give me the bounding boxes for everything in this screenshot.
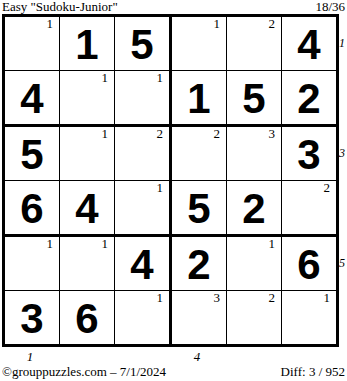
given-digit: 6: [5, 181, 59, 234]
given-digit: 3: [5, 291, 59, 344]
cell-r3c1[interactable]: 5: [5, 127, 60, 181]
corner-hint-digit: 1: [214, 17, 221, 31]
corner-hint-digit: 1: [324, 291, 331, 305]
page-header: Easy "Sudoku-Junior" 18/36: [2, 0, 345, 14]
given-digit: 4: [60, 181, 114, 234]
cell-r5c3[interactable]: 4: [115, 237, 172, 291]
puzzle-title: Easy "Sudoku-Junior": [2, 0, 118, 14]
cell-r6c2[interactable]: 6: [60, 291, 115, 344]
cell-r3c2[interactable]: 1: [60, 127, 115, 181]
given-digit: 2: [227, 181, 281, 234]
cell-r4c2[interactable]: 4: [60, 181, 115, 237]
corner-hint-digit: 1: [102, 237, 109, 251]
givens-counter: 18/36: [315, 0, 345, 14]
row-label-3: 3: [339, 146, 347, 160]
cell-r6c5[interactable]: 2: [227, 291, 282, 344]
cell-r1c1[interactable]: 1: [5, 17, 60, 71]
corner-hint-digit: 2: [214, 127, 221, 141]
given-digit: 5: [5, 127, 59, 180]
given-digit: 4: [5, 71, 59, 124]
cell-r1c5[interactable]: 2: [227, 17, 282, 71]
col-label-4: 4: [187, 349, 207, 364]
cell-r5c6[interactable]: 6: [282, 237, 336, 291]
corner-hint-digit: 3: [269, 127, 276, 141]
cell-r3c6[interactable]: 3: [282, 127, 336, 181]
given-digit: 6: [60, 291, 114, 344]
cell-r4c6[interactable]: 2: [282, 181, 336, 237]
cell-r4c1[interactable]: 6: [5, 181, 60, 237]
given-digit: 4: [282, 17, 336, 70]
cell-r4c5[interactable]: 2: [227, 181, 282, 237]
corner-hint-digit: 2: [269, 17, 276, 31]
given-digit: 2: [282, 71, 336, 124]
cell-r6c3[interactable]: 1: [115, 291, 172, 344]
cell-r2c5[interactable]: 5: [227, 71, 282, 127]
sudoku-board: 115124411152512233641522114216361321: [2, 14, 339, 347]
cell-r6c1[interactable]: 3: [5, 291, 60, 344]
cell-r2c2[interactable]: 1: [60, 71, 115, 127]
corner-hint-digit: 2: [324, 181, 331, 195]
cell-r6c4[interactable]: 3: [172, 291, 227, 344]
corner-hint-digit: 2: [157, 127, 164, 141]
given-digit: 3: [282, 127, 336, 180]
corner-hint-digit: 1: [269, 237, 276, 251]
cell-r4c3[interactable]: 1: [115, 181, 172, 237]
given-digit: 5: [227, 71, 281, 124]
given-digit: 6: [282, 237, 336, 290]
given-digit: 4: [115, 237, 169, 290]
cell-r1c4[interactable]: 1: [172, 17, 227, 71]
corner-hint-digit: 1: [157, 71, 164, 85]
cell-r2c1[interactable]: 4: [5, 71, 60, 127]
cell-r2c6[interactable]: 2: [282, 71, 336, 127]
cell-r5c1[interactable]: 1: [5, 237, 60, 291]
given-digit: 1: [60, 17, 114, 70]
puzzle-page: Easy "Sudoku-Junior" 18/36 1151244111525…: [0, 0, 347, 381]
cell-r3c4[interactable]: 2: [172, 127, 227, 181]
row-label-5: 5: [339, 256, 347, 270]
corner-hint-digit: 1: [102, 127, 109, 141]
cell-r6c6[interactable]: 1: [282, 291, 336, 344]
cell-r3c5[interactable]: 3: [227, 127, 282, 181]
given-digit: 5: [172, 181, 226, 234]
corner-hint-digit: 1: [157, 181, 164, 195]
cell-r3c3[interactable]: 2: [115, 127, 172, 181]
cell-r1c2[interactable]: 1: [60, 17, 115, 71]
cell-r5c2[interactable]: 1: [60, 237, 115, 291]
corner-hint-digit: 1: [47, 237, 54, 251]
corner-hint-digit: 1: [47, 17, 54, 31]
corner-hint-digit: 1: [157, 291, 164, 305]
copyright-date: ©grouppuzzles.com – 7/1/2024: [2, 365, 166, 379]
corner-hint-digit: 3: [214, 291, 221, 305]
cell-r5c5[interactable]: 1: [227, 237, 282, 291]
corner-hint-digit: 2: [269, 291, 276, 305]
given-digit: 2: [172, 237, 226, 290]
cell-r1c3[interactable]: 5: [115, 17, 172, 71]
row-label-1: 1: [339, 36, 347, 50]
cell-r2c4[interactable]: 1: [172, 71, 227, 127]
difficulty-counter: Diff: 3 / 952: [281, 365, 345, 379]
cell-r4c4[interactable]: 5: [172, 181, 227, 237]
cell-r1c6[interactable]: 4: [282, 17, 336, 71]
corner-hint-digit: 1: [102, 71, 109, 85]
given-digit: 5: [115, 17, 169, 70]
cell-r5c4[interactable]: 2: [172, 237, 227, 291]
cell-r2c3[interactable]: 1: [115, 71, 172, 127]
col-label-1: 1: [20, 349, 40, 364]
given-digit: 1: [172, 71, 226, 124]
page-footer: ©grouppuzzles.com – 7/1/2024 Diff: 3 / 9…: [2, 365, 345, 379]
